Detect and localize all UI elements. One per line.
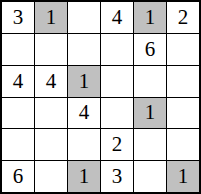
cell-r6c6[interactable]: 1 (167, 161, 199, 192)
cell-r5c2[interactable] (35, 129, 67, 160)
cell-r2c1[interactable] (2, 34, 34, 65)
cell-r4c6[interactable] (167, 98, 199, 129)
cell-r1c6[interactable]: 2 (167, 2, 199, 33)
cell-r3c6[interactable] (167, 66, 199, 97)
cell-r5c5[interactable] (134, 129, 166, 160)
cell-r1c3[interactable] (68, 2, 100, 33)
cell-r5c6[interactable] (167, 129, 199, 160)
cell-r5c4[interactable]: 2 (101, 129, 133, 160)
cell-r4c5[interactable]: 1 (134, 98, 166, 129)
cell-r5c1[interactable] (2, 129, 34, 160)
cell-r6c4[interactable]: 3 (101, 161, 133, 192)
cell-r2c3[interactable] (68, 34, 100, 65)
cell-r6c5[interactable] (134, 161, 166, 192)
cell-r1c1[interactable]: 3 (2, 2, 34, 33)
cell-r2c2[interactable] (35, 34, 67, 65)
cell-r2c5[interactable]: 6 (134, 34, 166, 65)
cell-r4c2[interactable] (35, 98, 67, 129)
cell-r1c2[interactable]: 1 (35, 2, 67, 33)
cell-r6c3[interactable]: 1 (68, 161, 100, 192)
cell-r1c4[interactable]: 4 (101, 2, 133, 33)
cell-r2c6[interactable] (167, 34, 199, 65)
cell-r3c4[interactable] (101, 66, 133, 97)
cell-r5c3[interactable] (68, 129, 100, 160)
cell-r1c5[interactable]: 1 (134, 2, 166, 33)
cell-r3c5[interactable] (134, 66, 166, 97)
cell-r6c1[interactable]: 6 (2, 161, 34, 192)
cell-r4c3[interactable]: 4 (68, 98, 100, 129)
cell-r4c4[interactable] (101, 98, 133, 129)
cell-r3c3[interactable]: 1 (68, 66, 100, 97)
puzzle-board-container: 3141264414126131 (0, 0, 201, 194)
cell-r6c2[interactable] (35, 161, 67, 192)
puzzle-grid: 3141264414126131 (0, 0, 201, 194)
cell-r3c2[interactable]: 4 (35, 66, 67, 97)
cell-r3c1[interactable]: 4 (2, 66, 34, 97)
cell-r4c1[interactable] (2, 98, 34, 129)
cell-r2c4[interactable] (101, 34, 133, 65)
